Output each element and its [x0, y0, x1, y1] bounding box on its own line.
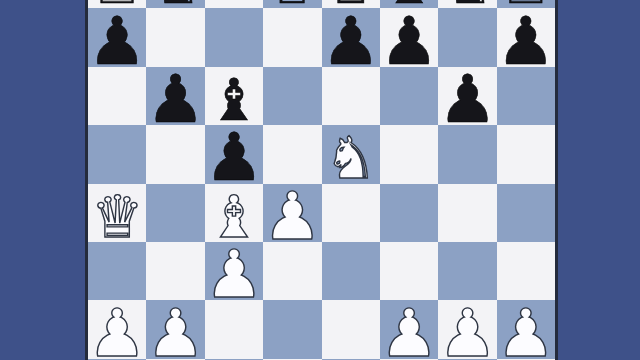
square-h2[interactable]: ♟: [497, 300, 555, 358]
piece-white-queen[interactable]: ♛: [91, 188, 143, 246]
square-b2[interactable]: ♟: [146, 300, 204, 358]
page-background: ♜♞♛♚♝♞♜♟♟♟♟♟♝♟♟♞♛♝♟♟♟♟♟♟♟♜♞♝♚♜: [0, 0, 640, 360]
square-a4[interactable]: ♛: [88, 184, 146, 242]
square-e7[interactable]: ♟: [322, 8, 380, 66]
square-f3[interactable]: [380, 242, 438, 300]
square-d7[interactable]: [263, 8, 321, 66]
square-h4[interactable]: [497, 184, 555, 242]
square-g7[interactable]: [438, 8, 496, 66]
piece-white-pawn[interactable]: ♟: [380, 301, 439, 360]
square-g2[interactable]: ♟: [438, 300, 496, 358]
piece-white-pawn[interactable]: ♟: [263, 184, 322, 250]
square-c4[interactable]: ♝: [205, 184, 263, 242]
piece-black-pawn[interactable]: ♟: [204, 125, 263, 191]
square-f5[interactable]: [380, 125, 438, 183]
square-b5[interactable]: [146, 125, 204, 183]
square-c3[interactable]: ♟: [205, 242, 263, 300]
piece-black-pawn[interactable]: ♟: [496, 9, 555, 75]
square-g8[interactable]: ♞: [438, 0, 496, 8]
square-h3[interactable]: [497, 242, 555, 300]
square-b4[interactable]: [146, 184, 204, 242]
square-d2[interactable]: [263, 300, 321, 358]
square-e6[interactable]: [322, 67, 380, 125]
square-e4[interactable]: [322, 184, 380, 242]
square-d8[interactable]: ♛: [263, 0, 321, 8]
square-f7[interactable]: ♟: [380, 8, 438, 66]
square-b7[interactable]: [146, 8, 204, 66]
square-e2[interactable]: [322, 300, 380, 358]
square-a7[interactable]: ♟: [88, 8, 146, 66]
square-e5[interactable]: ♞: [322, 125, 380, 183]
square-b8[interactable]: ♞: [146, 0, 204, 8]
square-d4[interactable]: ♟: [263, 184, 321, 242]
square-g4[interactable]: [438, 184, 496, 242]
square-a2[interactable]: ♟: [88, 300, 146, 358]
piece-black-pawn[interactable]: ♟: [146, 67, 205, 133]
square-h7[interactable]: ♟: [497, 8, 555, 66]
square-a6[interactable]: [88, 67, 146, 125]
square-c6[interactable]: ♝: [205, 67, 263, 125]
piece-white-pawn[interactable]: ♟: [438, 301, 497, 360]
square-g6[interactable]: ♟: [438, 67, 496, 125]
square-c5[interactable]: ♟: [205, 125, 263, 183]
square-c2[interactable]: [205, 300, 263, 358]
square-a5[interactable]: [88, 125, 146, 183]
square-d6[interactable]: [263, 67, 321, 125]
piece-black-pawn[interactable]: ♟: [88, 9, 147, 75]
chess-board: ♜♞♛♚♝♞♜♟♟♟♟♟♝♟♟♞♛♝♟♟♟♟♟♟♟♜♞♝♚♜: [85, 0, 558, 360]
square-h6[interactable]: [497, 67, 555, 125]
square-e3[interactable]: [322, 242, 380, 300]
piece-white-pawn[interactable]: ♟: [496, 301, 555, 360]
piece-white-pawn[interactable]: ♟: [88, 301, 147, 360]
square-g3[interactable]: [438, 242, 496, 300]
square-c7[interactable]: [205, 8, 263, 66]
square-d5[interactable]: [263, 125, 321, 183]
square-a3[interactable]: [88, 242, 146, 300]
piece-black-pawn[interactable]: ♟: [380, 9, 439, 75]
square-b3[interactable]: [146, 242, 204, 300]
square-h5[interactable]: [497, 125, 555, 183]
piece-white-knight[interactable]: ♞: [325, 129, 377, 187]
piece-black-pawn[interactable]: ♟: [438, 67, 497, 133]
piece-white-pawn[interactable]: ♟: [204, 242, 263, 308]
piece-black-pawn[interactable]: ♟: [321, 9, 380, 75]
square-d3[interactable]: [263, 242, 321, 300]
square-c8[interactable]: [205, 0, 263, 8]
square-f6[interactable]: [380, 67, 438, 125]
square-f4[interactable]: [380, 184, 438, 242]
square-g5[interactable]: [438, 125, 496, 183]
piece-white-pawn[interactable]: ♟: [146, 301, 205, 360]
square-b6[interactable]: ♟: [146, 67, 204, 125]
square-f2[interactable]: ♟: [380, 300, 438, 358]
